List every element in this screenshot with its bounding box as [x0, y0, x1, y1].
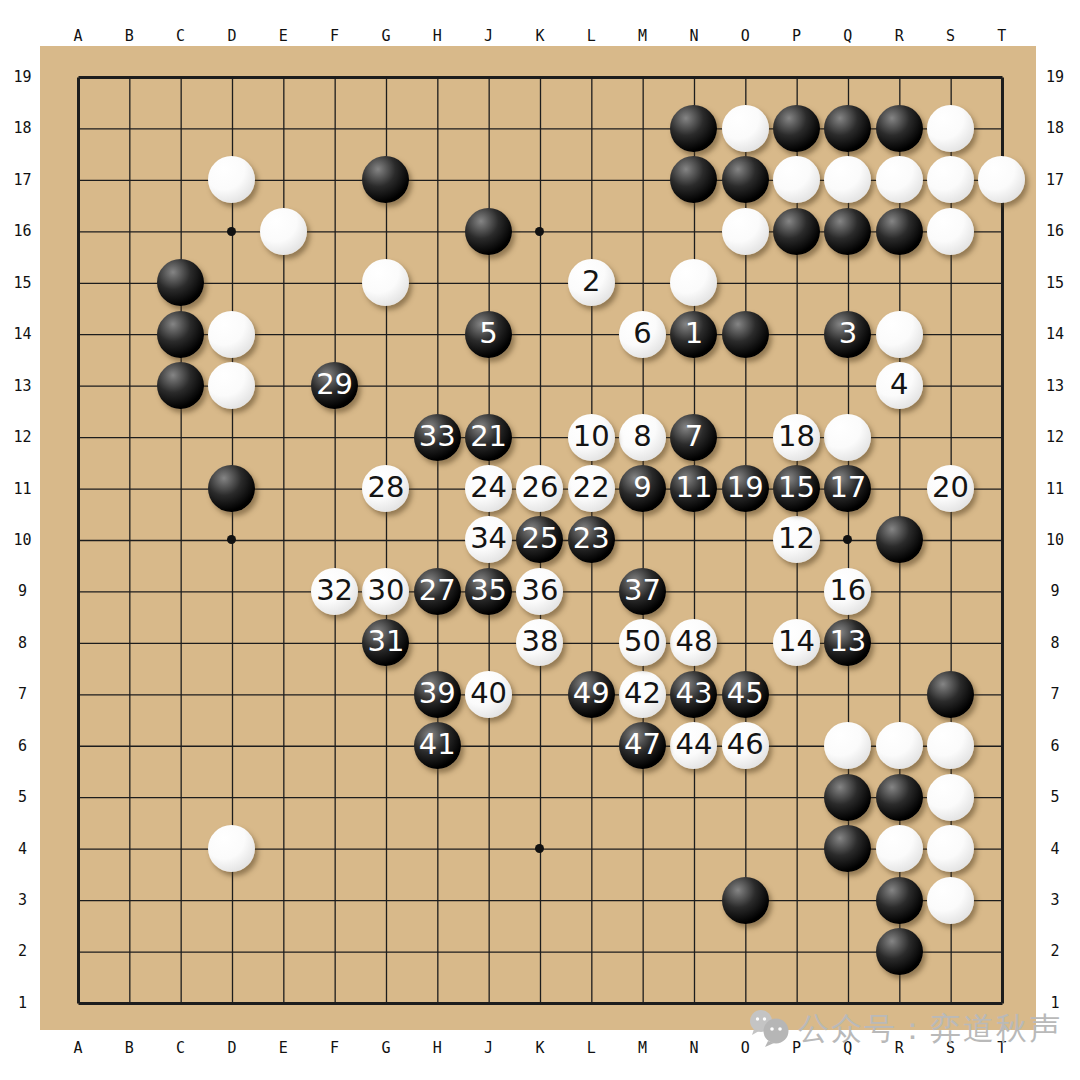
- row-label: 7: [0, 669, 45, 720]
- stone-white-S5: [927, 774, 974, 821]
- col-label: Q: [822, 27, 873, 44]
- stone-white-L11: 22: [568, 465, 615, 512]
- move-number: 3: [839, 319, 857, 348]
- row-label: 16: [0, 206, 45, 257]
- stone-black-C15: [157, 259, 204, 306]
- stone-black-M6: 47: [619, 722, 666, 769]
- row-label: 9: [1040, 566, 1070, 617]
- move-number: 47: [624, 730, 661, 759]
- stone-black-R16: [876, 208, 923, 255]
- col-label: R: [874, 27, 925, 44]
- stone-black-C13: [157, 362, 204, 409]
- stone-black-H12: 33: [414, 414, 461, 461]
- row-label: 5: [0, 771, 45, 822]
- stone-white-F9: 32: [311, 568, 358, 615]
- row-label: 10: [0, 514, 45, 565]
- star-point-D16: [227, 227, 236, 236]
- stone-black-R18: [876, 105, 923, 152]
- stone-black-N14: 1: [670, 311, 717, 358]
- row-label: 7: [1040, 669, 1070, 720]
- col-label: M: [617, 1039, 668, 1056]
- move-number: 23: [573, 524, 610, 553]
- stone-white-M7: 42: [619, 671, 666, 718]
- stone-black-P16: [773, 208, 820, 255]
- stone-black-R5: [876, 774, 923, 821]
- move-number: 9: [633, 473, 651, 502]
- stone-black-O7: 45: [722, 671, 769, 718]
- row-label: 4: [1040, 823, 1070, 874]
- row-label: 4: [0, 823, 45, 874]
- move-number: 12: [778, 524, 815, 553]
- stone-white-Q9: 16: [824, 568, 871, 615]
- move-number: 40: [470, 679, 507, 708]
- stone-white-D14: [208, 311, 255, 358]
- stone-white-M14: 6: [619, 311, 666, 358]
- stone-white-N6: 44: [670, 722, 717, 769]
- col-label: K: [514, 1039, 565, 1056]
- stone-black-H7: 39: [414, 671, 461, 718]
- stone-black-Q18: [824, 105, 871, 152]
- col-label: A: [52, 1039, 103, 1056]
- stone-white-M8: 50: [619, 619, 666, 666]
- row-label: 3: [0, 874, 45, 925]
- move-number: 32: [316, 576, 353, 605]
- move-number: 1: [685, 319, 703, 348]
- col-label: O: [720, 27, 771, 44]
- row-label: 8: [1040, 617, 1070, 668]
- stone-white-E16: [260, 208, 307, 255]
- move-number: 50: [624, 627, 661, 656]
- row-labels-left: 19181716151413121110987654321: [0, 51, 45, 1028]
- col-label: G: [360, 1039, 411, 1056]
- stone-white-G15: [362, 259, 409, 306]
- stone-black-R2: [876, 928, 923, 975]
- stone-white-O6: 46: [722, 722, 769, 769]
- col-label: N: [668, 27, 719, 44]
- move-number: 30: [367, 576, 404, 605]
- move-number: 45: [727, 679, 764, 708]
- move-number: 5: [479, 319, 497, 348]
- stone-white-S16: [927, 208, 974, 255]
- move-number: 37: [624, 576, 661, 605]
- stone-black-Q16: [824, 208, 871, 255]
- stone-black-H9: 27: [414, 568, 461, 615]
- stone-black-J9: 35: [465, 568, 512, 615]
- row-label: 17: [0, 154, 45, 205]
- col-label: S: [925, 27, 976, 44]
- col-label: F: [309, 1039, 360, 1056]
- row-label: 11: [0, 463, 45, 514]
- wechat-icon: [748, 1009, 792, 1049]
- stone-white-J7: 40: [465, 671, 512, 718]
- stone-black-O3: [722, 877, 769, 924]
- stone-white-S18: [927, 105, 974, 152]
- stone-black-M9: 37: [619, 568, 666, 615]
- row-label: 15: [1040, 257, 1070, 308]
- stone-black-P18: [773, 105, 820, 152]
- move-number: 28: [367, 473, 404, 502]
- move-number: 13: [829, 627, 866, 656]
- row-label: 19: [1040, 51, 1070, 102]
- stone-black-P11: 15: [773, 465, 820, 512]
- stone-black-N18: [670, 105, 717, 152]
- move-number: 48: [675, 627, 712, 656]
- row-label: 10: [1040, 514, 1070, 565]
- move-number: 15: [778, 473, 815, 502]
- stone-black-O17: [722, 156, 769, 203]
- col-label: L: [566, 27, 617, 44]
- stone-white-K8: 38: [516, 619, 563, 666]
- stone-white-S4: [927, 825, 974, 872]
- stone-white-R14: [876, 311, 923, 358]
- col-label: G: [360, 27, 411, 44]
- col-label: D: [206, 1039, 257, 1056]
- row-label: 8: [0, 617, 45, 668]
- col-label: E: [258, 1039, 309, 1056]
- move-number: 10: [573, 422, 610, 451]
- stone-black-F13: 29: [311, 362, 358, 409]
- stone-white-T17: [978, 156, 1025, 203]
- move-number: 16: [829, 576, 866, 605]
- stone-white-S11: 20: [927, 465, 974, 512]
- stone-black-D11: [208, 465, 255, 512]
- stone-white-G11: 28: [362, 465, 409, 512]
- move-number: 24: [470, 473, 507, 502]
- move-number: 20: [932, 473, 969, 502]
- stone-white-R17: [876, 156, 923, 203]
- stone-black-R3: [876, 877, 923, 924]
- col-label: K: [514, 27, 565, 44]
- go-board: 1234567891011121314151617181920212223242…: [52, 51, 1027, 1028]
- row-label: 5: [1040, 771, 1070, 822]
- move-number: 42: [624, 679, 661, 708]
- move-number: 38: [521, 627, 558, 656]
- move-number: 22: [573, 473, 610, 502]
- move-number: 44: [675, 730, 712, 759]
- stone-white-R13: 4: [876, 362, 923, 409]
- row-label: 2: [1040, 926, 1070, 977]
- move-number: 8: [633, 422, 651, 451]
- move-number: 7: [685, 422, 703, 451]
- move-number: 49: [573, 679, 610, 708]
- row-label: 16: [1040, 206, 1070, 257]
- move-number: 43: [675, 679, 712, 708]
- col-label: B: [104, 27, 155, 44]
- stone-black-J16: [465, 208, 512, 255]
- stone-white-K9: 36: [516, 568, 563, 615]
- move-number: 46: [727, 730, 764, 759]
- stone-black-O14: [722, 311, 769, 358]
- row-label: 12: [1040, 411, 1070, 462]
- col-label: J: [463, 27, 514, 44]
- row-label: 18: [1040, 103, 1070, 154]
- stone-white-J10: 34: [465, 516, 512, 563]
- col-label: C: [155, 27, 206, 44]
- col-label: L: [566, 1039, 617, 1056]
- stone-black-L10: 23: [568, 516, 615, 563]
- stone-white-P17: [773, 156, 820, 203]
- stone-black-C14: [157, 311, 204, 358]
- stone-white-P10: 12: [773, 516, 820, 563]
- stone-black-L7: 49: [568, 671, 615, 718]
- col-label: P: [771, 27, 822, 44]
- stone-black-R10: [876, 516, 923, 563]
- col-label: C: [155, 1039, 206, 1056]
- stone-white-L15: 2: [568, 259, 615, 306]
- stone-white-O16: [722, 208, 769, 255]
- stone-black-Q5: [824, 774, 871, 821]
- stone-white-Q6: [824, 722, 871, 769]
- stone-white-Q17: [824, 156, 871, 203]
- star-point-D10: [227, 535, 236, 544]
- move-number: 41: [419, 730, 456, 759]
- stone-black-Q8: 13: [824, 619, 871, 666]
- col-label: D: [206, 27, 257, 44]
- stone-white-M12: 8: [619, 414, 666, 461]
- move-number: 34: [470, 524, 507, 553]
- stone-black-G8: 31: [362, 619, 409, 666]
- stone-white-L12: 10: [568, 414, 615, 461]
- move-number: 18: [778, 422, 815, 451]
- stone-white-P8: 14: [773, 619, 820, 666]
- col-label: B: [104, 1039, 155, 1056]
- row-label: 14: [1040, 308, 1070, 359]
- col-label: H: [412, 1039, 463, 1056]
- move-number: 39: [419, 679, 456, 708]
- stone-white-S3: [927, 877, 974, 924]
- stone-black-Q11: 17: [824, 465, 871, 512]
- stone-black-M11: 9: [619, 465, 666, 512]
- stone-white-O18: [722, 105, 769, 152]
- stone-white-D17: [208, 156, 255, 203]
- move-number: 19: [727, 473, 764, 502]
- move-number: 6: [633, 319, 651, 348]
- move-number: 29: [316, 370, 353, 399]
- move-number: 17: [829, 473, 866, 502]
- move-number: 25: [521, 524, 558, 553]
- row-label: 13: [1040, 360, 1070, 411]
- stone-black-N17: [670, 156, 717, 203]
- move-number: 35: [470, 576, 507, 605]
- row-label: 18: [0, 103, 45, 154]
- move-number: 31: [367, 627, 404, 656]
- stone-white-S17: [927, 156, 974, 203]
- stone-black-Q4: [824, 825, 871, 872]
- col-label: A: [52, 27, 103, 44]
- col-label: F: [309, 27, 360, 44]
- stone-black-K10: 25: [516, 516, 563, 563]
- row-label: 14: [0, 308, 45, 359]
- watermark: 公众号：弈道秋声: [748, 1008, 1062, 1050]
- star-point-K4: [535, 844, 544, 853]
- row-label: 3: [1040, 874, 1070, 925]
- move-number: 14: [778, 627, 815, 656]
- row-label: 11: [1040, 463, 1070, 514]
- row-labels-right: 19181716151413121110987654321: [1040, 51, 1070, 1028]
- stone-white-R4: [876, 825, 923, 872]
- col-label: T: [976, 27, 1027, 44]
- move-number: 27: [419, 576, 456, 605]
- stone-white-R6: [876, 722, 923, 769]
- move-number: 11: [675, 473, 712, 502]
- move-number: 21: [470, 422, 507, 451]
- stone-white-P12: 18: [773, 414, 820, 461]
- stone-black-J14: 5: [465, 311, 512, 358]
- move-number: 36: [521, 576, 558, 605]
- stone-white-D4: [208, 825, 255, 872]
- stone-black-N12: 7: [670, 414, 717, 461]
- move-number: 4: [890, 370, 908, 399]
- row-label: 17: [1040, 154, 1070, 205]
- stone-black-Q14: 3: [824, 311, 871, 358]
- stone-black-O11: 19: [722, 465, 769, 512]
- stone-white-S6: [927, 722, 974, 769]
- row-label: 9: [0, 566, 45, 617]
- row-label: 6: [0, 720, 45, 771]
- stone-white-Q12: [824, 414, 871, 461]
- move-number: 33: [419, 422, 456, 451]
- row-label: 13: [0, 360, 45, 411]
- stone-black-H6: 41: [414, 722, 461, 769]
- move-number: 26: [521, 473, 558, 502]
- row-label: 1: [0, 977, 45, 1028]
- stone-black-S7: [927, 671, 974, 718]
- row-label: 2: [0, 926, 45, 977]
- stone-white-G9: 30: [362, 568, 409, 615]
- row-label: 19: [0, 51, 45, 102]
- col-label: M: [617, 27, 668, 44]
- stone-black-N11: 11: [670, 465, 717, 512]
- move-number: 2: [582, 267, 600, 296]
- stone-black-J12: 21: [465, 414, 512, 461]
- go-diagram-page: ABCDEFGHJKLMNOPQRST ABCDEFGHJKLMNOPQRST …: [0, 0, 1080, 1080]
- col-labels-top: ABCDEFGHJKLMNOPQRST: [52, 27, 1027, 44]
- col-label: N: [668, 1039, 719, 1056]
- col-label: H: [412, 27, 463, 44]
- stone-white-J11: 24: [465, 465, 512, 512]
- row-label: 15: [0, 257, 45, 308]
- stone-white-K11: 26: [516, 465, 563, 512]
- row-label: 6: [1040, 720, 1070, 771]
- col-label: E: [258, 27, 309, 44]
- stone-white-N8: 48: [670, 619, 717, 666]
- watermark-text: 公众号：弈道秋声: [798, 1008, 1062, 1050]
- stone-white-D13: [208, 362, 255, 409]
- col-label: J: [463, 1039, 514, 1056]
- stone-white-N15: [670, 259, 717, 306]
- star-point-K16: [535, 227, 544, 236]
- stone-black-G17: [362, 156, 409, 203]
- star-point-Q10: [843, 535, 852, 544]
- row-label: 12: [0, 411, 45, 462]
- stone-black-N7: 43: [670, 671, 717, 718]
